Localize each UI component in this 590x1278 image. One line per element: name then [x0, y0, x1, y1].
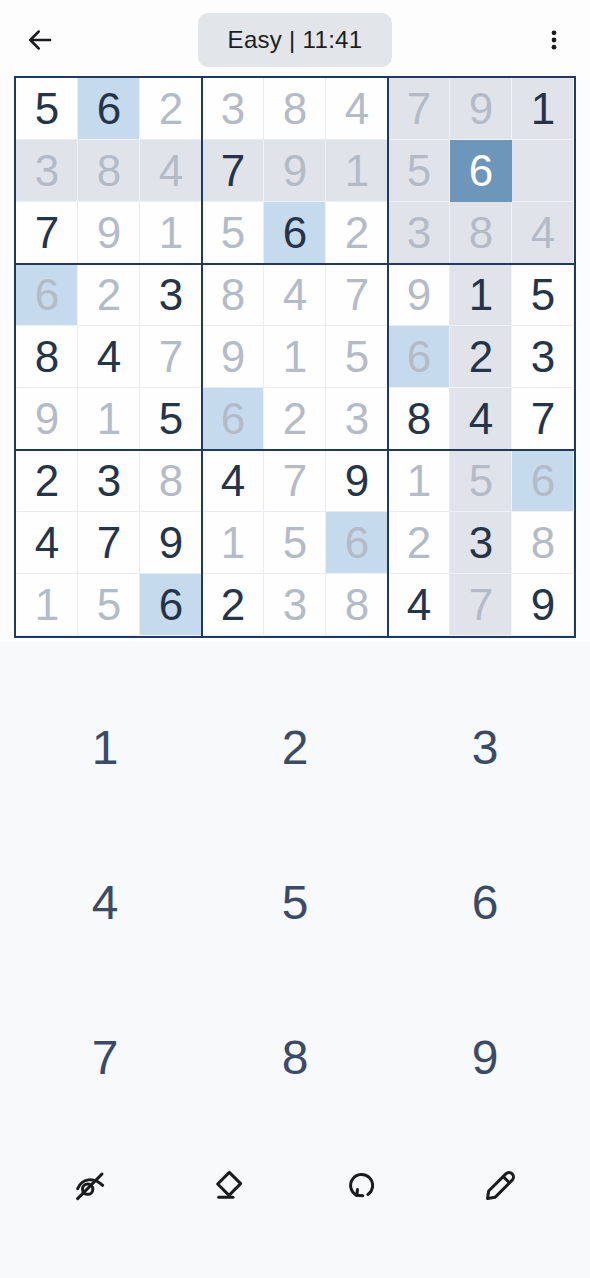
- cell-r1c3[interactable]: 2: [140, 78, 202, 140]
- cell-r8c3[interactable]: 9: [140, 512, 202, 574]
- pad-digit-1[interactable]: 1: [10, 670, 200, 825]
- pad-digit-2[interactable]: 2: [200, 670, 390, 825]
- cell-r7c3[interactable]: 8: [140, 450, 202, 512]
- cell-r3c2[interactable]: 9: [78, 202, 140, 264]
- cell-r5c3[interactable]: 7: [140, 326, 202, 388]
- erase-button[interactable]: [203, 1156, 251, 1216]
- cell-r8c6[interactable]: 6: [326, 512, 388, 574]
- cell-r2c9[interactable]: [512, 140, 574, 202]
- pad-digit-3[interactable]: 3: [390, 670, 580, 825]
- pad-digit-7[interactable]: 7: [10, 980, 200, 1135]
- cell-r9c9[interactable]: 9: [512, 574, 574, 636]
- cell-r8c7[interactable]: 2: [388, 512, 450, 574]
- cell-r4c9[interactable]: 5: [512, 264, 574, 326]
- kebab-menu-icon: [541, 27, 567, 53]
- title-text: Easy | 11:41: [228, 26, 363, 53]
- cell-r2c4[interactable]: 7: [202, 140, 264, 202]
- pad-digit-6[interactable]: 6: [390, 825, 580, 980]
- cell-r8c5[interactable]: 5: [264, 512, 326, 574]
- cell-r5c9[interactable]: 3: [512, 326, 574, 388]
- pad-digit-9[interactable]: 9: [390, 980, 580, 1135]
- cell-r6c5[interactable]: 2: [264, 388, 326, 450]
- cell-r7c7[interactable]: 1: [388, 450, 450, 512]
- notes-button[interactable]: [476, 1156, 524, 1216]
- pad-digit-5[interactable]: 5: [200, 825, 390, 980]
- top-bar: Easy | 11:41: [0, 0, 590, 80]
- sudoku-grid: 5623847913847915679156238462384791584791…: [16, 78, 574, 636]
- cell-r5c4[interactable]: 9: [202, 326, 264, 388]
- cell-r3c5[interactable]: 6: [264, 202, 326, 264]
- cell-r8c9[interactable]: 8: [512, 512, 574, 574]
- pad-digit-8[interactable]: 8: [200, 980, 390, 1135]
- cell-r6c9[interactable]: 7: [512, 388, 574, 450]
- cell-r7c1[interactable]: 2: [16, 450, 78, 512]
- cell-r6c1[interactable]: 9: [16, 388, 78, 450]
- cell-r9c4[interactable]: 2: [202, 574, 264, 636]
- cell-r1c6[interactable]: 4: [326, 78, 388, 140]
- cell-r5c8[interactable]: 2: [450, 326, 512, 388]
- cell-r1c7[interactable]: 7: [388, 78, 450, 140]
- cell-r2c2[interactable]: 8: [78, 140, 140, 202]
- undo-icon: [343, 1166, 383, 1206]
- cell-r2c6[interactable]: 1: [326, 140, 388, 202]
- cell-r9c3[interactable]: 6: [140, 574, 202, 636]
- toolbar: [0, 1156, 590, 1216]
- cell-r6c8[interactable]: 4: [450, 388, 512, 450]
- cell-r8c8[interactable]: 3: [450, 512, 512, 574]
- cell-r8c1[interactable]: 4: [16, 512, 78, 574]
- control-area: 123456789: [0, 642, 590, 1278]
- cell-r9c5[interactable]: 3: [264, 574, 326, 636]
- cell-r7c5[interactable]: 7: [264, 450, 326, 512]
- cell-r6c6[interactable]: 3: [326, 388, 388, 450]
- sudoku-board: 5623847913847915679156238462384791584791…: [14, 76, 576, 638]
- cell-r4c4[interactable]: 8: [202, 264, 264, 326]
- cell-r1c9[interactable]: 1: [512, 78, 574, 140]
- cell-r3c1[interactable]: 7: [16, 202, 78, 264]
- visibility-off-icon: [70, 1166, 110, 1206]
- cell-r1c2[interactable]: 6: [78, 78, 140, 140]
- cell-r2c5[interactable]: 9: [264, 140, 326, 202]
- cell-r4c1[interactable]: 6: [16, 264, 78, 326]
- cell-r5c7[interactable]: 6: [388, 326, 450, 388]
- cell-r3c4[interactable]: 5: [202, 202, 264, 264]
- back-button[interactable]: [22, 22, 58, 58]
- cell-r5c5[interactable]: 1: [264, 326, 326, 388]
- cell-r9c8[interactable]: 7: [450, 574, 512, 636]
- cell-r2c8[interactable]: 6: [450, 140, 512, 202]
- cell-r2c1[interactable]: 3: [16, 140, 78, 202]
- cell-r3c3[interactable]: 1: [140, 202, 202, 264]
- cell-r1c4[interactable]: 3: [202, 78, 264, 140]
- cell-r3c9[interactable]: 4: [512, 202, 574, 264]
- cell-r3c7[interactable]: 3: [388, 202, 450, 264]
- cell-r2c7[interactable]: 5: [388, 140, 450, 202]
- difficulty-timer-pill: Easy | 11:41: [198, 13, 393, 67]
- pencil-icon: [480, 1166, 520, 1206]
- pad-digit-4[interactable]: 4: [10, 825, 200, 980]
- cell-r9c2[interactable]: 5: [78, 574, 140, 636]
- cell-r6c3[interactable]: 5: [140, 388, 202, 450]
- cell-r4c3[interactable]: 3: [140, 264, 202, 326]
- cell-r6c2[interactable]: 1: [78, 388, 140, 450]
- cell-r9c7[interactable]: 4: [388, 574, 450, 636]
- cell-r6c7[interactable]: 8: [388, 388, 450, 450]
- cell-r4c5[interactable]: 4: [264, 264, 326, 326]
- cell-r1c1[interactable]: 5: [16, 78, 78, 140]
- cell-r8c2[interactable]: 7: [78, 512, 140, 574]
- cell-r4c7[interactable]: 9: [388, 264, 450, 326]
- cell-r3c6[interactable]: 2: [326, 202, 388, 264]
- cell-r1c8[interactable]: 9: [450, 78, 512, 140]
- cell-r9c1[interactable]: 1: [16, 574, 78, 636]
- cell-r8c4[interactable]: 1: [202, 512, 264, 574]
- cell-r7c6[interactable]: 9: [326, 450, 388, 512]
- number-pad: 123456789: [10, 670, 580, 1135]
- cell-r2c3[interactable]: 4: [140, 140, 202, 202]
- cell-r5c6[interactable]: 5: [326, 326, 388, 388]
- cell-r9c6[interactable]: 8: [326, 574, 388, 636]
- menu-button[interactable]: [536, 22, 572, 58]
- cell-r1c5[interactable]: 8: [264, 78, 326, 140]
- cell-r4c6[interactable]: 7: [326, 264, 388, 326]
- cell-r4c8[interactable]: 1: [450, 264, 512, 326]
- cell-r7c9[interactable]: 6: [512, 450, 574, 512]
- hide-hints-button[interactable]: [66, 1156, 114, 1216]
- cell-r6c4[interactable]: 6: [202, 388, 264, 450]
- cell-r7c8[interactable]: 5: [450, 450, 512, 512]
- cell-r7c2[interactable]: 3: [78, 450, 140, 512]
- cell-r5c2[interactable]: 4: [78, 326, 140, 388]
- eraser-icon: [207, 1166, 247, 1206]
- cell-r3c8[interactable]: 8: [450, 202, 512, 264]
- cell-r4c2[interactable]: 2: [78, 264, 140, 326]
- arrow-left-icon: [25, 25, 55, 55]
- cell-r7c4[interactable]: 4: [202, 450, 264, 512]
- cell-r5c1[interactable]: 8: [16, 326, 78, 388]
- undo-button[interactable]: [339, 1156, 387, 1216]
